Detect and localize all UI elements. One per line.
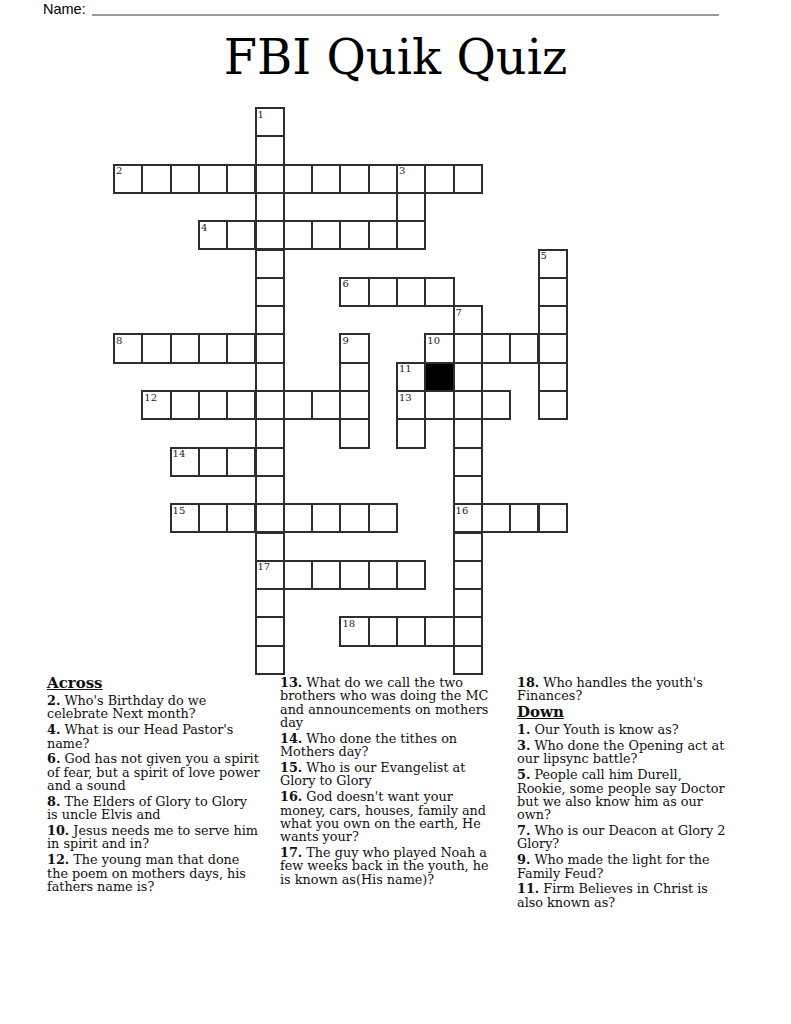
grid-cell[interactable] xyxy=(311,503,341,533)
cell-number: 17 xyxy=(258,562,271,572)
grid-cell[interactable] xyxy=(283,390,313,420)
grid-cell[interactable] xyxy=(283,220,313,250)
grid-cell[interactable] xyxy=(255,220,285,250)
grid-cell[interactable] xyxy=(311,390,341,420)
across-clue-4: 4. What is our Head Pastor's name? xyxy=(47,723,261,750)
clue-number: 17. xyxy=(280,845,302,860)
grid-cell[interactable] xyxy=(396,616,426,646)
grid-cell[interactable] xyxy=(368,616,398,646)
name-blank-line[interactable] xyxy=(92,14,719,16)
cell-number: 15 xyxy=(173,506,186,516)
grid-cell[interactable] xyxy=(311,560,341,590)
blocked-cell xyxy=(424,362,454,392)
clue-column-1: Across2. Who's Birthday do we celebrate … xyxy=(47,676,261,896)
across-header: Across xyxy=(47,676,261,691)
grid-cell[interactable] xyxy=(198,503,228,533)
grid-cell[interactable] xyxy=(424,164,454,194)
grid-cell[interactable] xyxy=(396,192,426,222)
grid-cell[interactable] xyxy=(255,447,285,477)
grid-cell[interactable] xyxy=(255,277,285,307)
cell-number: 7 xyxy=(456,308,462,318)
grid-cell[interactable] xyxy=(368,503,398,533)
grid-cell[interactable] xyxy=(509,333,539,363)
grid-cell[interactable] xyxy=(339,418,369,448)
grid-cell[interactable] xyxy=(226,390,256,420)
grid-cell[interactable] xyxy=(424,277,454,307)
cell-number: 16 xyxy=(456,506,469,516)
across-clue-13: 13. What do we call the two brothers who… xyxy=(280,676,491,729)
grid-cell[interactable] xyxy=(255,135,285,165)
across-clue-12: 12. The young man that done the poem on … xyxy=(47,853,261,893)
grid-cell[interactable] xyxy=(255,475,285,505)
clue-number: 5. xyxy=(517,767,530,782)
grid-cell[interactable] xyxy=(226,164,256,194)
clue-number: 10. xyxy=(47,823,69,838)
grid-cell[interactable] xyxy=(453,164,483,194)
cell-number: 9 xyxy=(342,336,348,346)
down-clue-9: 9. Who made the light for the Family Feu… xyxy=(517,853,729,880)
cell-number: 3 xyxy=(399,166,405,176)
grid-cell[interactable] xyxy=(255,249,285,279)
grid-cell[interactable] xyxy=(453,362,483,392)
clue-number: 8. xyxy=(47,794,60,809)
grid-cell[interactable] xyxy=(226,503,256,533)
grid-cell[interactable] xyxy=(453,333,483,363)
worksheet-page: Name: FBI Quik Quiz 12345678910111213141… xyxy=(0,0,791,1024)
cell-number: 5 xyxy=(541,251,547,261)
down-clue-3: 3. Who done the Opening act at our lipsy… xyxy=(517,739,729,766)
across-clue-17: 17. The guy who played Noah a few weeks … xyxy=(280,846,491,886)
clue-number: 16. xyxy=(280,789,302,804)
across-clue-18: 18. Who handles the youth's Finances? xyxy=(517,676,729,703)
grid-cell[interactable] xyxy=(198,390,228,420)
page-title: FBI Quik Quiz xyxy=(0,31,791,84)
across-clue-14: 14. Who done the tithes on Mothers day? xyxy=(280,732,491,759)
grid-cell[interactable] xyxy=(170,390,200,420)
down-clue-7: 7. Who is our Deacon at Glory 2 Glory? xyxy=(517,824,729,851)
grid-cell[interactable] xyxy=(255,164,285,194)
grid-cell[interactable] xyxy=(453,616,483,646)
down-clue-11: 11. Firm Believes in Christ is also know… xyxy=(517,882,729,909)
cell-number: 10 xyxy=(427,336,440,346)
grid-cell[interactable] xyxy=(453,447,483,477)
across-clue-2: 2. Who's Birthday do we celebrate Next m… xyxy=(47,694,261,721)
grid-cell[interactable] xyxy=(538,390,568,420)
grid-cell[interactable] xyxy=(255,333,285,363)
grid-cell[interactable] xyxy=(396,418,426,448)
grid-cell[interactable] xyxy=(453,475,483,505)
clue-number: 18. xyxy=(517,675,539,690)
grid-cell[interactable] xyxy=(226,220,256,250)
grid-cell[interactable] xyxy=(311,164,341,194)
grid-cell[interactable] xyxy=(339,220,369,250)
grid-cell[interactable] xyxy=(538,362,568,392)
grid-cell[interactable] xyxy=(339,362,369,392)
grid-cell[interactable] xyxy=(453,532,483,562)
grid-cell[interactable] xyxy=(453,418,483,448)
grid-cell[interactable] xyxy=(453,645,483,675)
clue-number: 4. xyxy=(47,722,60,737)
grid-cell[interactable] xyxy=(538,277,568,307)
grid-cell[interactable] xyxy=(255,362,285,392)
grid-cell[interactable] xyxy=(283,164,313,194)
grid-cell[interactable] xyxy=(538,305,568,335)
cell-number: 13 xyxy=(399,393,412,403)
clue-number: 2. xyxy=(47,693,60,708)
across-clue-8: 8. The Elders of Glory to Glory is uncle… xyxy=(47,795,261,822)
grid-cell[interactable] xyxy=(255,532,285,562)
clue-column-2: 13. What do we call the two brothers who… xyxy=(280,676,491,889)
grid-cell[interactable] xyxy=(481,390,511,420)
clue-column-3: 18. Who handles the youth's Finances?Dow… xyxy=(517,676,729,912)
grid-cell[interactable] xyxy=(226,333,256,363)
grid-cell[interactable] xyxy=(538,503,568,533)
clue-number: 12. xyxy=(47,852,69,867)
grid-cell[interactable] xyxy=(255,503,285,533)
grid-cell[interactable] xyxy=(226,447,256,477)
grid-cell[interactable] xyxy=(424,616,454,646)
grid-cell[interactable] xyxy=(283,503,313,533)
grid-cell[interactable] xyxy=(453,390,483,420)
clue-number: 6. xyxy=(47,751,60,766)
grid-cell[interactable] xyxy=(509,503,539,533)
clue-number: 7. xyxy=(517,823,530,838)
grid-cell[interactable] xyxy=(396,277,426,307)
grid-cell[interactable] xyxy=(255,588,285,618)
cell-number: 8 xyxy=(116,336,122,346)
cell-number: 2 xyxy=(116,166,122,176)
grid-cell[interactable] xyxy=(339,560,369,590)
cell-number: 18 xyxy=(342,619,355,629)
grid-cell[interactable] xyxy=(339,164,369,194)
grid-cell[interactable] xyxy=(198,164,228,194)
down-clue-5: 5. People call him Durell, Rookie, some … xyxy=(517,768,729,821)
clue-number: 1. xyxy=(517,722,530,737)
grid-cell[interactable] xyxy=(198,333,228,363)
grid-cell[interactable] xyxy=(453,560,483,590)
grid-cell[interactable] xyxy=(198,447,228,477)
grid-cell[interactable] xyxy=(368,277,398,307)
name-label: Name: xyxy=(43,1,86,17)
clue-number: 11. xyxy=(517,881,539,896)
clue-number: 13. xyxy=(280,675,302,690)
grid-cell[interactable] xyxy=(141,333,171,363)
grid-cell[interactable] xyxy=(311,220,341,250)
cell-number: 4 xyxy=(201,223,207,233)
grid-cell[interactable] xyxy=(396,220,426,250)
grid-cell[interactable] xyxy=(141,164,171,194)
clue-number: 15. xyxy=(280,760,302,775)
grid-cell[interactable] xyxy=(339,503,369,533)
grid-cell[interactable] xyxy=(368,560,398,590)
grid-cell[interactable] xyxy=(255,616,285,646)
grid-cell[interactable] xyxy=(339,390,369,420)
down-header: Down xyxy=(517,705,729,720)
grid-cell[interactable] xyxy=(368,220,398,250)
cell-number: 14 xyxy=(173,449,186,459)
clue-number: 14. xyxy=(280,731,302,746)
across-clue-15: 15. Who is our Evangelist at Glory to Gl… xyxy=(280,761,491,788)
cell-number: 6 xyxy=(342,279,348,289)
grid-cell[interactable] xyxy=(481,503,511,533)
grid-cell[interactable] xyxy=(424,390,454,420)
grid-cell[interactable] xyxy=(170,333,200,363)
cell-number: 1 xyxy=(258,110,264,120)
down-clue-1: 1. Our Youth is know as? xyxy=(517,723,729,736)
grid-cell[interactable] xyxy=(255,192,285,222)
grid-cell[interactable] xyxy=(368,164,398,194)
grid-cell[interactable] xyxy=(481,333,511,363)
grid-cell[interactable] xyxy=(170,164,200,194)
cell-number: 12 xyxy=(144,393,157,403)
crossword-grid: 123456789101112131415161718 xyxy=(113,107,569,675)
grid-cell[interactable] xyxy=(255,645,285,675)
grid-cell[interactable] xyxy=(453,588,483,618)
grid-cell[interactable] xyxy=(255,390,285,420)
grid-cell[interactable] xyxy=(255,305,285,335)
cell-number: 11 xyxy=(399,364,412,374)
clue-number: 9. xyxy=(517,852,530,867)
across-clue-6: 6. God has not given you a spirit of fea… xyxy=(47,752,261,792)
across-clue-16: 16. God doesn't want your money, cars, h… xyxy=(280,790,491,843)
grid-cell[interactable] xyxy=(538,333,568,363)
clue-number: 3. xyxy=(517,738,530,753)
grid-cell[interactable] xyxy=(396,560,426,590)
across-clue-10: 10. Jesus needs me to serve him in spiri… xyxy=(47,824,261,851)
grid-cell[interactable] xyxy=(283,560,313,590)
grid-cell[interactable] xyxy=(255,418,285,448)
